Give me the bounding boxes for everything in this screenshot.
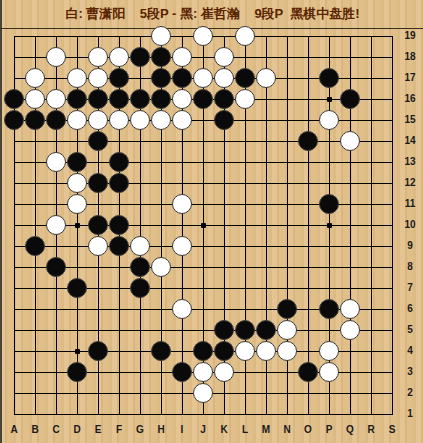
stone-white-H8 <box>151 257 171 277</box>
col-label-M: M <box>256 424 276 435</box>
stone-white-B17 <box>25 68 45 88</box>
row-label-2: 2 <box>399 387 421 398</box>
stone-black-E16 <box>88 89 108 109</box>
stone-black-B9 <box>25 236 45 256</box>
row-label-16: 16 <box>399 93 421 104</box>
stone-white-M17 <box>256 68 276 88</box>
star-point <box>201 223 206 228</box>
stone-white-Q14 <box>340 131 360 151</box>
row-label-8: 8 <box>399 261 421 272</box>
stone-white-H15 <box>151 110 171 130</box>
stone-white-I9 <box>172 236 192 256</box>
stone-white-K18 <box>214 47 234 67</box>
col-label-D: D <box>67 424 87 435</box>
stone-black-L5 <box>235 320 255 340</box>
stone-white-N4 <box>277 341 297 361</box>
stone-black-E10 <box>88 215 108 235</box>
stone-black-F16 <box>109 89 129 109</box>
stone-black-Q16 <box>340 89 360 109</box>
col-label-B: B <box>25 424 45 435</box>
stone-white-I6 <box>172 299 192 319</box>
col-label-K: K <box>214 424 234 435</box>
stone-black-F13 <box>109 152 129 172</box>
board-top-border <box>0 28 423 29</box>
star-point <box>75 223 80 228</box>
stone-white-J2 <box>193 383 213 403</box>
col-label-Q: Q <box>340 424 360 435</box>
grid-line-vertical <box>371 36 372 415</box>
row-label-15: 15 <box>399 114 421 125</box>
grid-line-horizontal <box>14 414 393 415</box>
row-label-18: 18 <box>399 51 421 62</box>
stone-black-O14 <box>298 131 318 151</box>
stone-black-I17 <box>172 68 192 88</box>
stone-black-B15 <box>25 110 45 130</box>
stone-black-H17 <box>151 68 171 88</box>
stone-black-F10 <box>109 215 129 235</box>
star-point <box>327 223 332 228</box>
col-label-R: R <box>361 424 381 435</box>
stone-white-E17 <box>88 68 108 88</box>
stone-black-N6 <box>277 299 297 319</box>
stone-black-I3 <box>172 362 192 382</box>
stone-white-K17 <box>214 68 234 88</box>
star-point <box>327 97 332 102</box>
row-label-3: 3 <box>399 366 421 377</box>
stone-white-P3 <box>319 362 339 382</box>
stone-black-E14 <box>88 131 108 151</box>
stone-black-D3 <box>67 362 87 382</box>
stone-white-P4 <box>319 341 339 361</box>
col-label-O: O <box>298 424 318 435</box>
game-info-header: 白: 曹潇阳 5段P - 黑: 崔哲瀚 9段P 黑棋中盘胜! <box>2 0 423 27</box>
stone-white-C16 <box>46 89 66 109</box>
stone-white-C10 <box>46 215 66 235</box>
stone-white-F18 <box>109 47 129 67</box>
stone-white-F15 <box>109 110 129 130</box>
col-label-J: J <box>193 424 213 435</box>
stone-white-Q6 <box>340 299 360 319</box>
grid-line-vertical <box>308 36 309 415</box>
stone-black-D16 <box>67 89 87 109</box>
stone-white-L19 <box>235 26 255 46</box>
stone-white-B16 <box>25 89 45 109</box>
stone-white-N5 <box>277 320 297 340</box>
stone-white-C13 <box>46 152 66 172</box>
col-label-L: L <box>235 424 255 435</box>
col-label-E: E <box>88 424 108 435</box>
stone-white-L4 <box>235 341 255 361</box>
row-label-1: 1 <box>399 408 421 419</box>
stone-black-A16 <box>4 89 24 109</box>
col-label-A: A <box>4 424 24 435</box>
stone-black-H18 <box>151 47 171 67</box>
stone-black-E12 <box>88 173 108 193</box>
col-label-H: H <box>151 424 171 435</box>
stone-black-G8 <box>130 257 150 277</box>
col-label-C: C <box>46 424 66 435</box>
row-label-7: 7 <box>399 282 421 293</box>
stone-white-I16 <box>172 89 192 109</box>
col-label-N: N <box>277 424 297 435</box>
stone-white-K3 <box>214 362 234 382</box>
stone-white-M4 <box>256 341 276 361</box>
row-label-5: 5 <box>399 324 421 335</box>
stone-black-G16 <box>130 89 150 109</box>
stone-white-G15 <box>130 110 150 130</box>
row-label-9: 9 <box>399 240 421 251</box>
grid-line-vertical <box>392 36 393 415</box>
stone-black-J16 <box>193 89 213 109</box>
stone-black-C8 <box>46 257 66 277</box>
stone-white-I11 <box>172 194 192 214</box>
stone-black-P11 <box>319 194 339 214</box>
window-left-edge <box>0 0 2 443</box>
row-label-12: 12 <box>399 177 421 188</box>
stone-white-G9 <box>130 236 150 256</box>
row-label-11: 11 <box>399 198 421 209</box>
star-point <box>75 349 80 354</box>
stone-black-P17 <box>319 68 339 88</box>
row-label-13: 13 <box>399 156 421 167</box>
stone-white-C18 <box>46 47 66 67</box>
stone-black-O3 <box>298 362 318 382</box>
stone-black-E4 <box>88 341 108 361</box>
stone-black-D13 <box>67 152 87 172</box>
row-label-17: 17 <box>399 72 421 83</box>
go-game-viewer: 白: 曹潇阳 5段P - 黑: 崔哲瀚 9段P 黑棋中盘胜! ABCDEFGHI… <box>0 0 423 443</box>
stone-black-J4 <box>193 341 213 361</box>
stone-black-G18 <box>130 47 150 67</box>
col-label-G: G <box>130 424 150 435</box>
stone-white-J19 <box>193 26 213 46</box>
stone-white-I18 <box>172 47 192 67</box>
stone-white-D15 <box>67 110 87 130</box>
stone-black-A15 <box>4 110 24 130</box>
stone-white-Q5 <box>340 320 360 340</box>
stone-black-K4 <box>214 341 234 361</box>
stone-white-L16 <box>235 89 255 109</box>
stone-black-C15 <box>46 110 66 130</box>
stone-white-E15 <box>88 110 108 130</box>
stone-black-F17 <box>109 68 129 88</box>
stone-black-L17 <box>235 68 255 88</box>
row-label-14: 14 <box>399 135 421 146</box>
grid-line-horizontal <box>14 330 393 331</box>
col-label-P: P <box>319 424 339 435</box>
stone-black-K16 <box>214 89 234 109</box>
row-label-6: 6 <box>399 303 421 314</box>
row-label-10: 10 <box>399 219 421 230</box>
stone-black-P6 <box>319 299 339 319</box>
stone-white-D17 <box>67 68 87 88</box>
row-label-4: 4 <box>399 345 421 356</box>
stone-black-D7 <box>67 278 87 298</box>
stone-black-F9 <box>109 236 129 256</box>
col-label-F: F <box>109 424 129 435</box>
col-label-I: I <box>172 424 192 435</box>
stone-black-M5 <box>256 320 276 340</box>
stone-black-K5 <box>214 320 234 340</box>
stone-white-D12 <box>67 173 87 193</box>
stone-black-F12 <box>109 173 129 193</box>
col-label-S: S <box>382 424 402 435</box>
stone-white-P15 <box>319 110 339 130</box>
grid-line-horizontal <box>14 267 393 268</box>
stone-white-E18 <box>88 47 108 67</box>
stone-white-H19 <box>151 26 171 46</box>
stone-white-J3 <box>193 362 213 382</box>
stone-black-H16 <box>151 89 171 109</box>
stone-black-G7 <box>130 278 150 298</box>
stone-white-I15 <box>172 110 192 130</box>
row-label-19: 19 <box>399 30 421 41</box>
grid-line-horizontal <box>14 246 393 247</box>
stone-white-J17 <box>193 68 213 88</box>
stone-black-K15 <box>214 110 234 130</box>
stone-white-D11 <box>67 194 87 214</box>
stone-white-E9 <box>88 236 108 256</box>
stone-black-H4 <box>151 341 171 361</box>
